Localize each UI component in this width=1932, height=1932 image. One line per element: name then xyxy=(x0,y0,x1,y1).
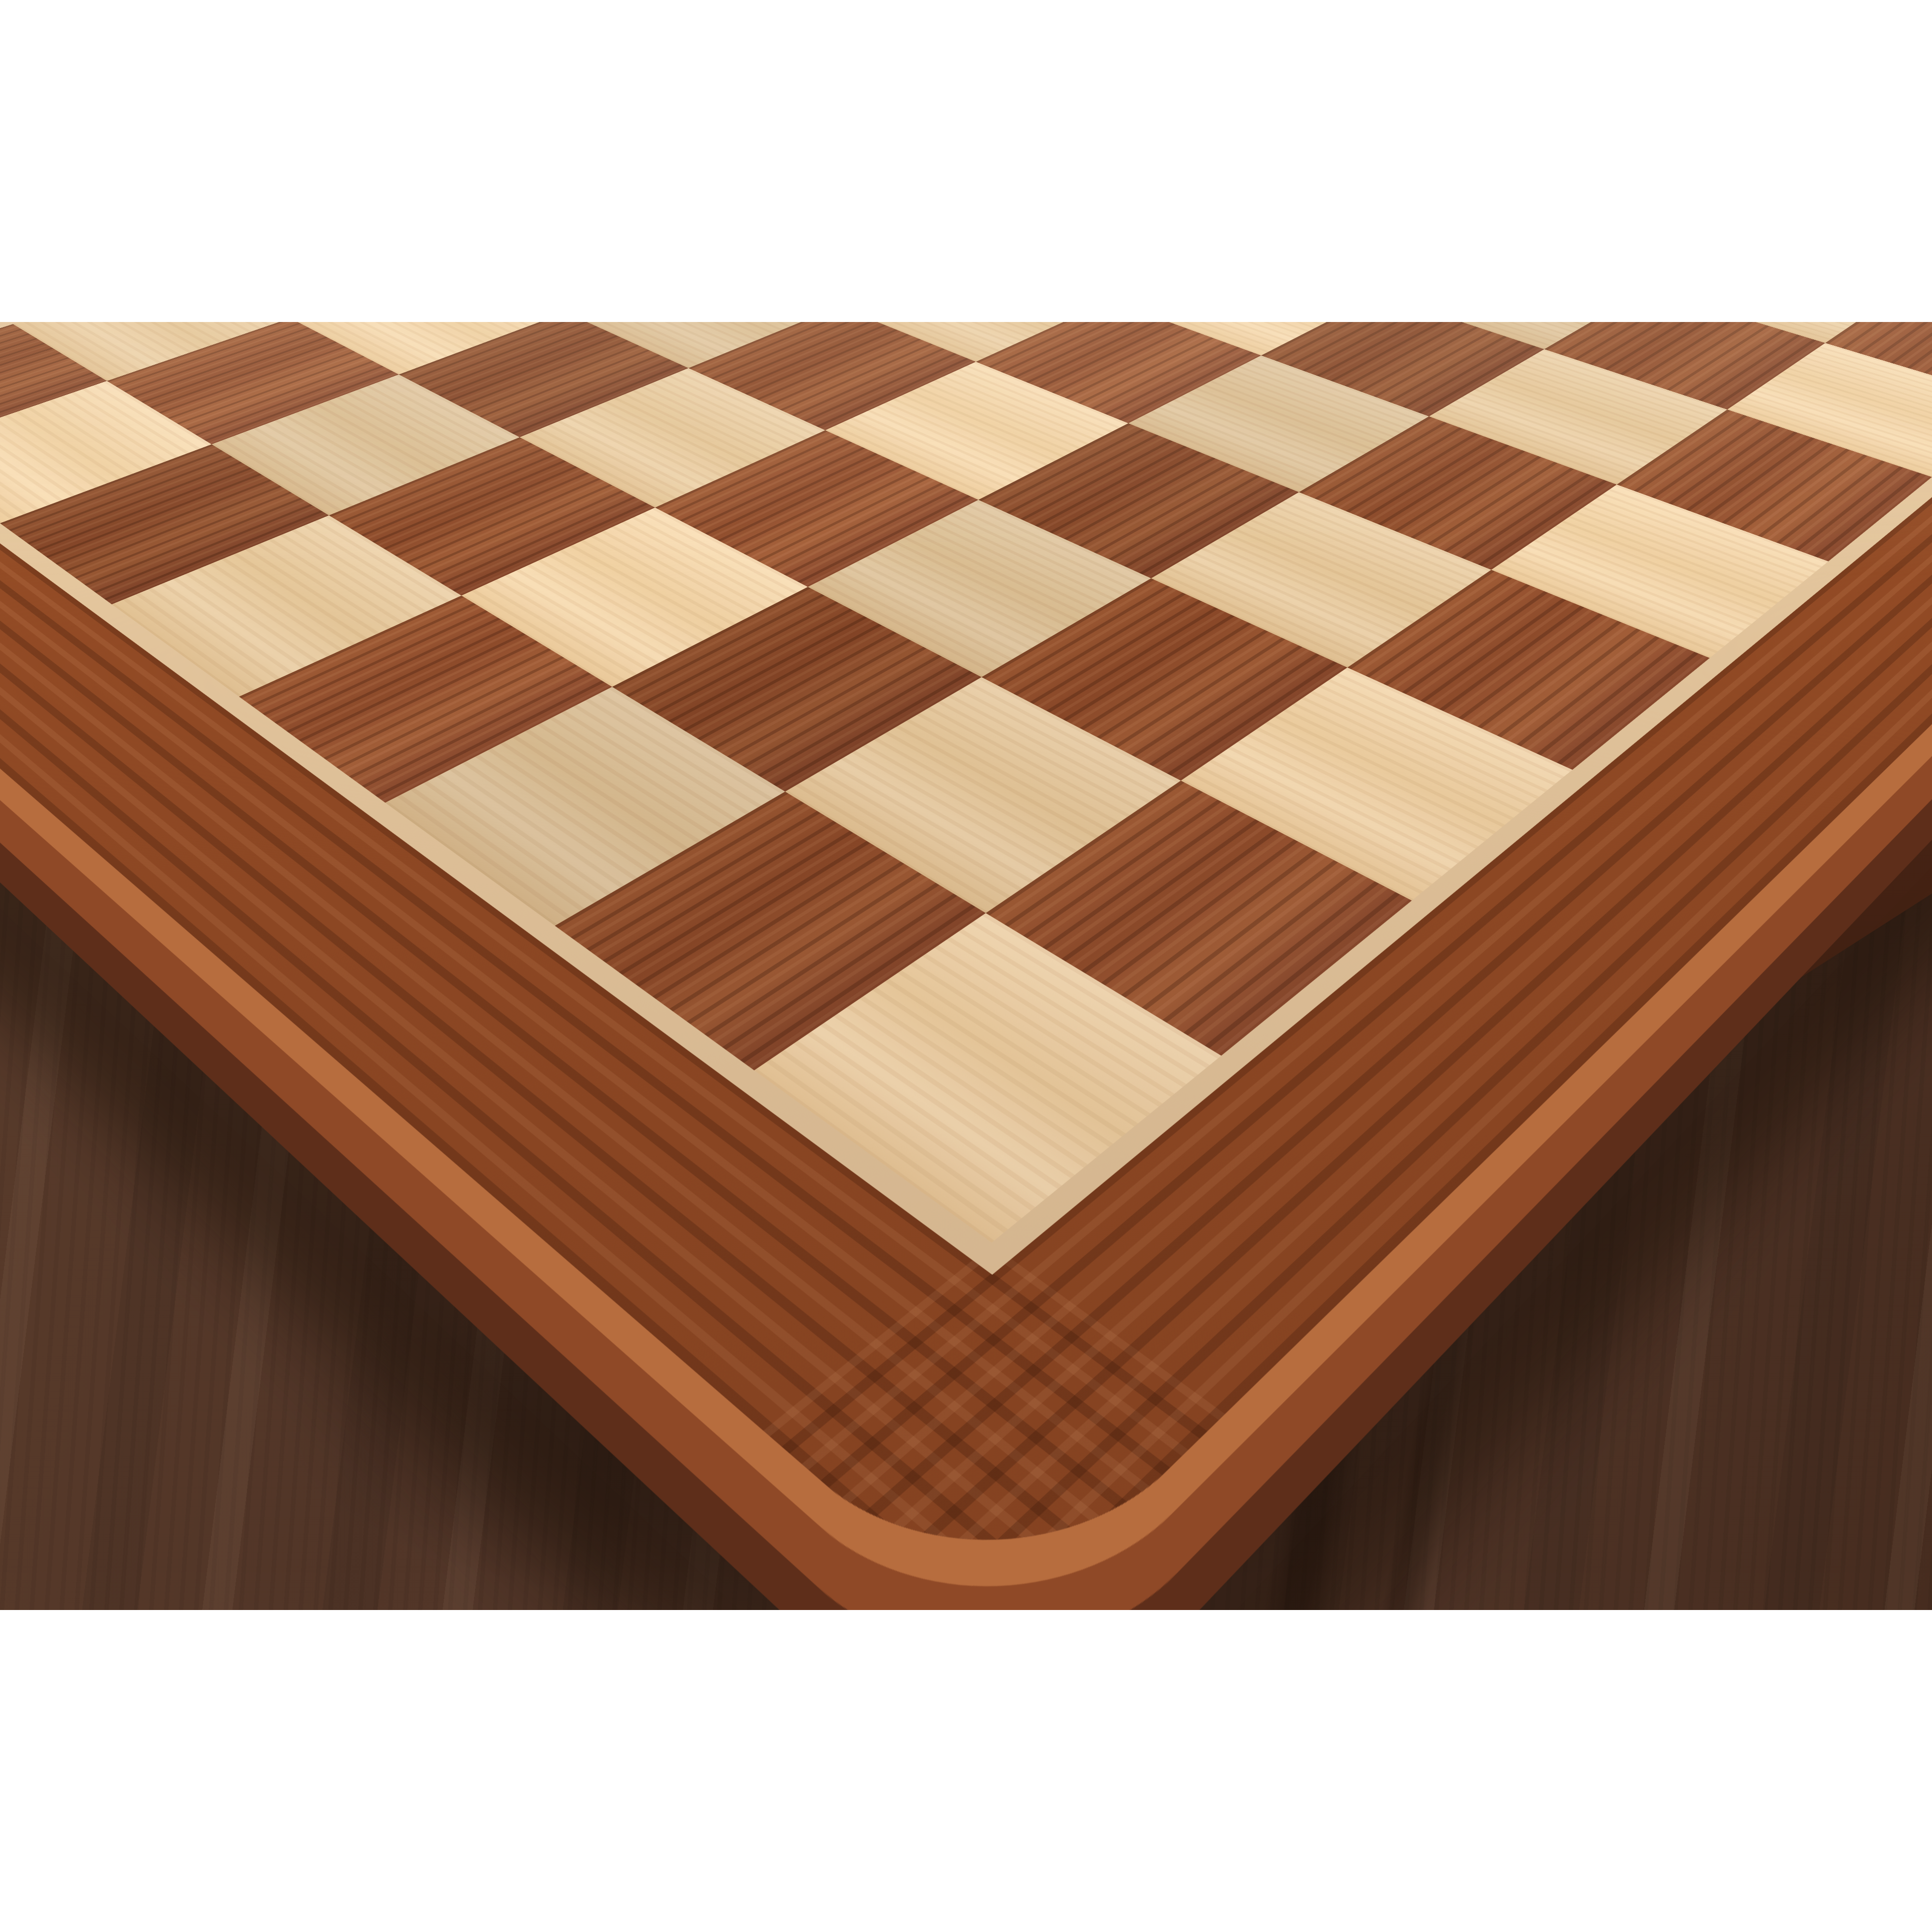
photo-area xyxy=(0,322,1932,1610)
top-letterbox xyxy=(0,0,1932,322)
bottom-letterbox xyxy=(0,1610,1932,1932)
